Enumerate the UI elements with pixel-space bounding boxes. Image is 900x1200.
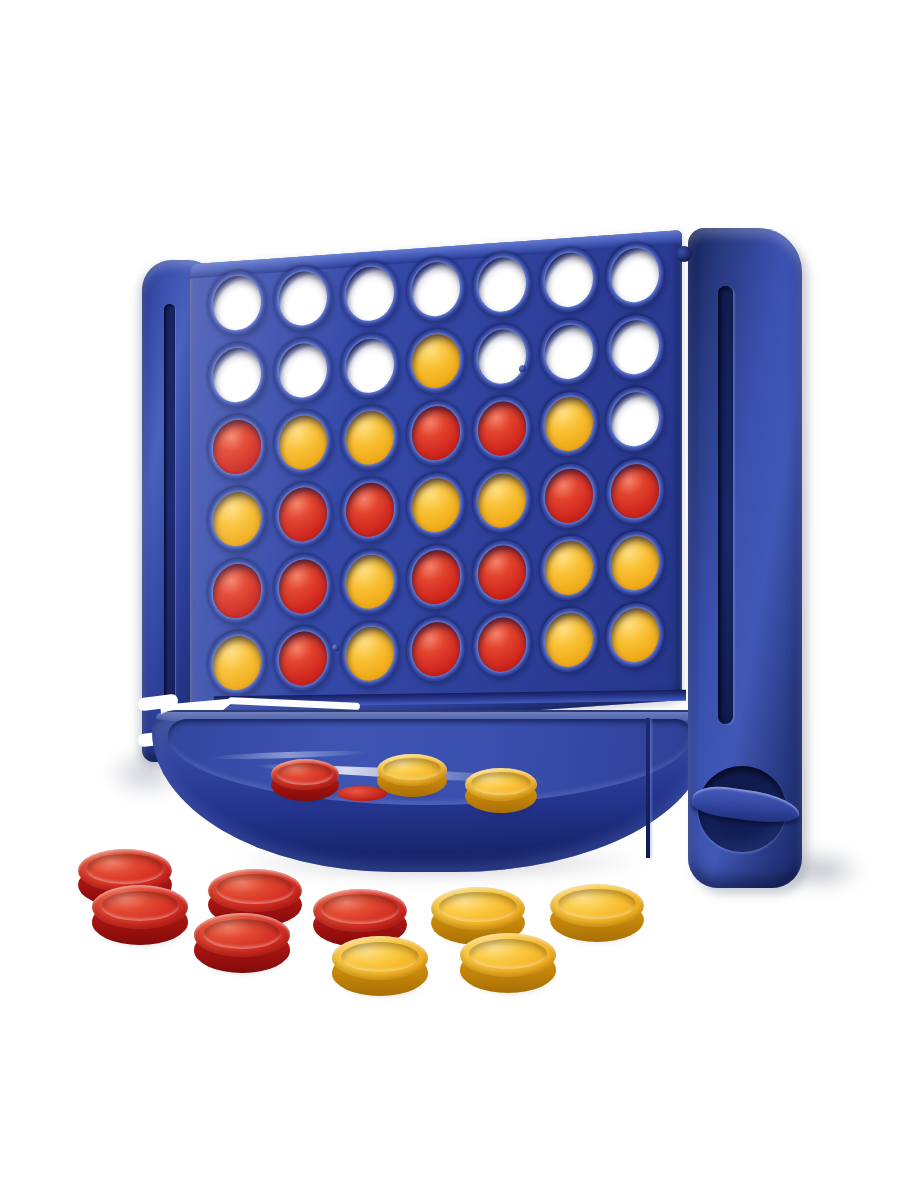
hole-socket [606, 529, 664, 597]
empty-hole [611, 247, 659, 304]
red-disc[interactable] [92, 885, 188, 945]
hole-socket [540, 462, 598, 530]
disc-top [194, 913, 290, 957]
hole-socket [540, 606, 598, 674]
yellow-disc-in-board [346, 625, 394, 682]
empty-hole [478, 328, 526, 385]
cell-col4-row2[interactable] [403, 323, 469, 400]
cell-col3-row2[interactable] [337, 328, 403, 405]
red-disc-in-board [279, 486, 327, 543]
disc-top [431, 887, 525, 930]
hole-socket [606, 385, 664, 453]
hole-socket [341, 548, 399, 616]
empty-hole [545, 251, 593, 308]
cell-col5-row4[interactable] [469, 462, 535, 539]
hole-socket [540, 390, 598, 458]
cell-col4-row3[interactable] [403, 395, 469, 472]
hole-socket [341, 476, 399, 544]
cell-col6-row4[interactable] [535, 458, 601, 535]
hole-socket [208, 485, 266, 553]
cell-col5-row6[interactable] [469, 606, 535, 683]
left-pillar-slot-groove [164, 304, 175, 712]
hole-socket [208, 413, 266, 481]
empty-hole [611, 391, 659, 448]
hinge-pin [676, 246, 692, 262]
hole-socket [341, 332, 399, 400]
cell-col4-row4[interactable] [403, 467, 469, 544]
yellow-disc-in-board [412, 477, 460, 534]
yellow-disc-in-board [213, 490, 261, 547]
empty-hole [279, 342, 327, 399]
hole-socket [473, 323, 531, 391]
yellow-disc-in-board [545, 539, 593, 596]
yellow-disc[interactable] [465, 768, 537, 813]
hole-socket [274, 336, 332, 404]
red-disc-in-board [611, 463, 659, 520]
tray-fold-seam [646, 718, 650, 858]
cell-col3-row5[interactable] [337, 544, 403, 621]
hole-socket [274, 624, 332, 692]
red-disc[interactable] [194, 913, 290, 973]
yellow-disc-in-board [346, 553, 394, 610]
cell-col7-row2[interactable] [602, 309, 668, 386]
cell-col5-row2[interactable] [469, 318, 535, 395]
cell-col6-row5[interactable] [535, 530, 601, 607]
hole-socket [473, 539, 531, 607]
empty-hole [611, 319, 659, 376]
hole-socket [407, 543, 465, 611]
hole-socket [540, 246, 598, 314]
yellow-disc-in-board [478, 472, 526, 529]
hole-socket [274, 552, 332, 620]
cell-col1-row6[interactable] [204, 625, 270, 702]
hole-socket [208, 629, 266, 697]
hole-socket [341, 404, 399, 472]
cell-col3-row1[interactable] [337, 256, 403, 333]
disc-top [313, 889, 407, 932]
yellow-disc-in-board [545, 395, 593, 452]
cell-col4-row6[interactable] [403, 611, 469, 688]
hole-socket [341, 260, 399, 328]
red-disc-in-board [213, 418, 261, 475]
hole-socket [341, 620, 399, 688]
red-disc-in-board [478, 616, 526, 673]
cell-col4-row1[interactable] [403, 251, 469, 328]
disc-top [332, 936, 428, 980]
cell-col2-row4[interactable] [270, 476, 336, 553]
red-disc-in-board [279, 630, 327, 687]
red-disc-in-board [412, 405, 460, 462]
red-disc-in-board [346, 481, 394, 538]
hole-socket [407, 327, 465, 395]
cell-col5-row1[interactable] [469, 246, 535, 323]
disc-top [550, 884, 644, 927]
disc-top [460, 933, 556, 977]
hole-socket [208, 557, 266, 625]
cell-col7-row6[interactable] [602, 597, 668, 674]
hole-socket [473, 611, 531, 679]
cell-col7-row1[interactable] [602, 237, 668, 314]
red-disc-partial[interactable] [337, 786, 387, 801]
cell-col1-row1[interactable] [204, 265, 270, 342]
hole-socket [540, 534, 598, 602]
hole-socket [606, 457, 664, 525]
hole-socket [606, 313, 664, 381]
cell-col1-row4[interactable] [204, 481, 270, 558]
empty-hole [412, 261, 460, 318]
cell-col1-row3[interactable] [204, 409, 270, 486]
board-grid [204, 237, 668, 701]
red-disc-in-board [412, 549, 460, 606]
red-disc-in-board [412, 621, 460, 678]
cell-col6-row2[interactable] [535, 314, 601, 391]
hole-socket [274, 264, 332, 332]
yellow-disc-in-board [611, 607, 659, 664]
cell-col6-row3[interactable] [535, 386, 601, 463]
yellow-disc-in-board [545, 611, 593, 668]
cell-col5-row3[interactable] [469, 390, 535, 467]
hole-socket [473, 251, 531, 319]
cell-col6-row1[interactable] [535, 242, 601, 319]
cell-col1-row2[interactable] [204, 337, 270, 414]
hole-socket [473, 467, 531, 535]
cell-col2-row3[interactable] [270, 404, 336, 481]
disc-top [337, 786, 387, 801]
red-disc-in-board [279, 558, 327, 615]
hole-socket [208, 341, 266, 409]
yellow-disc[interactable] [550, 884, 644, 942]
cell-col2-row6[interactable] [270, 620, 336, 697]
empty-hole [545, 323, 593, 380]
cell-col7-row3[interactable] [602, 381, 668, 458]
cell-col3-row6[interactable] [337, 616, 403, 693]
red-disc-in-board [478, 400, 526, 457]
yellow-disc-in-board [412, 333, 460, 390]
right-pillar-slot-groove [718, 286, 733, 724]
hole-socket [274, 408, 332, 476]
cell-col7-row4[interactable] [602, 453, 668, 530]
red-disc-in-board [545, 467, 593, 524]
red-disc[interactable] [271, 759, 339, 801]
hole-socket [407, 471, 465, 539]
disc-top [208, 869, 302, 912]
cell-col5-row5[interactable] [469, 534, 535, 611]
hole-socket [407, 399, 465, 467]
cell-col7-row5[interactable] [602, 525, 668, 602]
cell-col4-row5[interactable] [403, 539, 469, 616]
cell-col6-row6[interactable] [535, 602, 601, 679]
cell-col2-row1[interactable] [270, 260, 336, 337]
cell-col3-row4[interactable] [337, 472, 403, 549]
red-disc-in-board [478, 544, 526, 601]
yellow-disc-in-board [346, 409, 394, 466]
hole-socket [407, 615, 465, 683]
hole-socket [274, 480, 332, 548]
hole-socket [473, 395, 531, 463]
cell-col2-row5[interactable] [270, 548, 336, 625]
hole-socket [606, 241, 664, 309]
disc-top [377, 754, 447, 786]
hole-socket [208, 269, 266, 337]
yellow-disc-in-board [213, 634, 261, 691]
yellow-disc[interactable] [332, 936, 428, 996]
empty-hole [478, 256, 526, 313]
empty-hole [346, 265, 394, 322]
hole-socket [407, 255, 465, 323]
hole-socket [606, 601, 664, 669]
yellow-disc-in-board [611, 535, 659, 592]
game-board [190, 230, 682, 734]
connect-four-travel-set [0, 0, 900, 1200]
cell-col2-row2[interactable] [270, 332, 336, 409]
hole-socket [540, 318, 598, 386]
empty-hole [279, 270, 327, 327]
yellow-disc-in-board [279, 414, 327, 471]
disc-top [465, 768, 537, 801]
yellow-disc[interactable] [460, 933, 556, 993]
disc-top [92, 885, 188, 929]
cell-col1-row5[interactable] [204, 553, 270, 630]
yellow-disc[interactable] [377, 754, 447, 797]
empty-hole [213, 346, 261, 403]
empty-hole [346, 337, 394, 394]
right-support-pillar [688, 228, 802, 888]
empty-hole [213, 274, 261, 331]
cell-col3-row3[interactable] [337, 400, 403, 477]
red-disc-in-board [213, 562, 261, 619]
